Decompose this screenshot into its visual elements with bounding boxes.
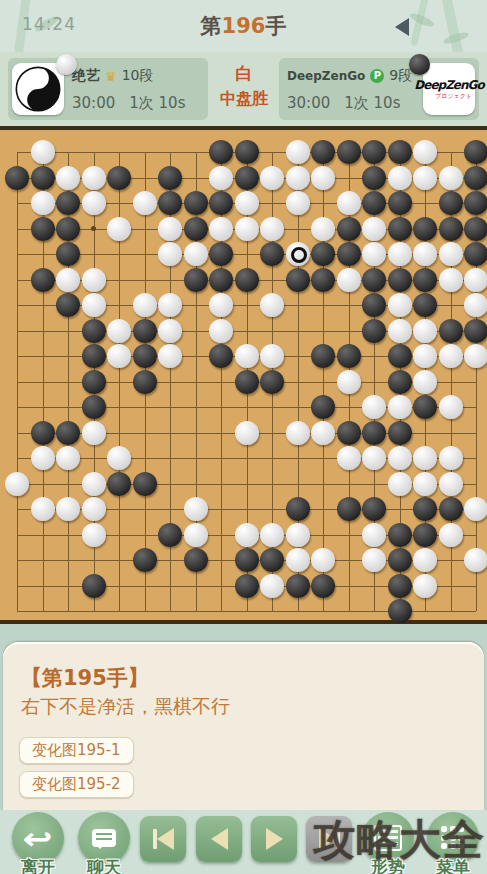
stone-black	[184, 191, 208, 215]
stone-white	[464, 344, 487, 368]
stone-white	[82, 166, 106, 190]
commentary-move-label: 【第195手】	[21, 664, 484, 692]
stone-black	[413, 293, 437, 317]
stone-black	[235, 268, 259, 292]
stone-black	[311, 574, 335, 598]
stone-white	[362, 523, 386, 547]
stone-white	[260, 574, 284, 598]
stone-black	[82, 574, 106, 598]
stone-black	[388, 344, 412, 368]
stone-white	[439, 166, 463, 190]
stone-black	[311, 140, 335, 164]
stone-white	[439, 242, 463, 266]
stone-black	[362, 497, 386, 521]
stone-black	[56, 242, 80, 266]
stone-white	[107, 446, 131, 470]
stone-white	[107, 319, 131, 343]
stone-white	[388, 395, 412, 419]
stone-white	[184, 497, 208, 521]
stone-black	[311, 344, 335, 368]
stone-black	[362, 293, 386, 317]
stone-black	[388, 421, 412, 445]
black-main-time: 30:00	[72, 94, 115, 113]
watermark: 攻略大全	[313, 812, 485, 868]
stone-white	[362, 217, 386, 241]
stone-black	[5, 166, 29, 190]
white-player-panel: DeepZenGo P 9段 30:00 1次 10s DeepZenGo プロ…	[279, 58, 479, 120]
stone-black	[286, 268, 310, 292]
stone-black	[362, 140, 386, 164]
stone-black	[82, 370, 106, 394]
stone-white	[5, 472, 29, 496]
stone-black	[31, 268, 55, 292]
stone-white	[286, 140, 310, 164]
variation-button-1[interactable]: 变化图195-1	[19, 737, 134, 764]
stone-black	[158, 191, 182, 215]
stone-white	[286, 242, 310, 266]
stone-black	[311, 268, 335, 292]
stone-black	[388, 217, 412, 241]
stone-white	[56, 268, 80, 292]
stone-white	[82, 497, 106, 521]
stone-white	[184, 523, 208, 547]
stone-black	[311, 395, 335, 419]
stone-white	[235, 191, 259, 215]
stone-black	[31, 421, 55, 445]
stone-white	[337, 370, 361, 394]
stone-black	[133, 472, 157, 496]
stone-black	[133, 344, 157, 368]
stone-white	[158, 319, 182, 343]
stone-white	[362, 395, 386, 419]
p-badge-icon: P	[370, 69, 384, 83]
stone-white	[31, 191, 55, 215]
stone-black	[31, 217, 55, 241]
stone-white	[464, 268, 487, 292]
star-point	[91, 226, 96, 231]
deepzengo-logo-sub: プロジェクト	[435, 92, 472, 101]
stone-black	[439, 191, 463, 215]
stone-white	[260, 523, 284, 547]
stone-white	[31, 140, 55, 164]
page-title: 第196手	[0, 12, 487, 40]
stone-white	[413, 319, 437, 343]
stone-white	[82, 421, 106, 445]
stone-black	[464, 166, 487, 190]
stone-black	[388, 548, 412, 572]
white-main-time: 30:00	[287, 94, 330, 113]
game-result: 白 中盘胜	[210, 62, 278, 110]
stone-white	[337, 268, 361, 292]
stone-white	[260, 166, 284, 190]
deepzengo-logo: DeepZenGo	[414, 78, 483, 92]
stone-black	[56, 191, 80, 215]
stone-black	[184, 548, 208, 572]
white-stone-decoration	[56, 54, 77, 75]
stone-white	[158, 293, 182, 317]
stone-black	[209, 344, 233, 368]
stone-black	[337, 217, 361, 241]
stone-black	[388, 523, 412, 547]
commentary-background: 【第195手】 右下不是净活，黑棋不行 变化图195-1 变化图195-2	[0, 624, 487, 810]
stone-black	[56, 293, 80, 317]
stone-white	[439, 446, 463, 470]
black-player-name: 绝艺	[72, 67, 100, 85]
stone-white	[464, 548, 487, 572]
next-move-button[interactable]	[251, 816, 297, 862]
stone-black	[56, 421, 80, 445]
collapse-left-triangle-icon[interactable]	[395, 18, 409, 36]
stone-black	[413, 497, 437, 521]
stone-black	[337, 242, 361, 266]
stone-white	[413, 242, 437, 266]
stone-black	[158, 166, 182, 190]
previous-move-button[interactable]	[196, 816, 242, 862]
stone-white	[235, 421, 259, 445]
stone-black	[337, 140, 361, 164]
stone-white	[184, 242, 208, 266]
stone-white	[286, 191, 310, 215]
white-player-rank: 9段	[389, 67, 412, 85]
stone-black	[158, 523, 182, 547]
stone-white	[388, 242, 412, 266]
stone-white	[82, 293, 106, 317]
stone-white	[362, 446, 386, 470]
chat-bubble-icon	[92, 829, 116, 847]
stone-white	[209, 166, 233, 190]
chat-label: 聊天	[69, 856, 139, 874]
stone-white	[107, 344, 131, 368]
stone-white	[133, 191, 157, 215]
next-icon	[266, 828, 283, 850]
stone-black	[362, 191, 386, 215]
stone-black	[107, 166, 131, 190]
top-bar: 14:24 第196手	[0, 0, 487, 52]
stone-black	[439, 217, 463, 241]
black-player-rank: 10段	[122, 67, 154, 85]
commentary-text: 右下不是净活，黑棋不行	[21, 694, 484, 720]
stone-white	[413, 446, 437, 470]
stone-white	[439, 344, 463, 368]
stone-black	[260, 548, 284, 572]
stone-black	[235, 140, 259, 164]
stone-white	[260, 293, 284, 317]
stone-black	[82, 344, 106, 368]
stone-black	[388, 268, 412, 292]
white-byoyomi: 1次 10s	[344, 94, 400, 113]
stone-white	[311, 421, 335, 445]
black-player-avatar[interactable]	[12, 63, 64, 115]
black-byoyomi: 1次 10s	[129, 94, 185, 113]
stone-white	[388, 293, 412, 317]
stone-white	[413, 140, 437, 164]
stone-black	[235, 548, 259, 572]
player-bar: 绝艺 ♛ 10段 30:00 1次 10s 白 中盘胜 DeepZenGo P …	[0, 52, 487, 126]
stone-white	[260, 217, 284, 241]
stone-black	[133, 319, 157, 343]
stone-black	[209, 242, 233, 266]
stone-black	[337, 344, 361, 368]
stone-black	[82, 395, 106, 419]
yin-yang-icon	[12, 63, 64, 115]
stone-white	[464, 497, 487, 521]
stone-black	[388, 191, 412, 215]
leave-label: 离开	[3, 856, 73, 874]
stone-white	[337, 191, 361, 215]
variation-button-2[interactable]: 变化图195-2	[19, 771, 134, 798]
stone-black	[209, 140, 233, 164]
stone-black	[209, 191, 233, 215]
stone-black	[439, 497, 463, 521]
white-player-name: DeepZenGo	[287, 69, 365, 83]
stone-black	[362, 268, 386, 292]
stone-black	[362, 421, 386, 445]
black-stone-decoration	[409, 54, 430, 75]
stone-white	[311, 166, 335, 190]
stone-black	[260, 370, 284, 394]
stone-black	[362, 166, 386, 190]
stone-white	[362, 548, 386, 572]
stone-black	[439, 319, 463, 343]
skip-to-start-button[interactable]	[140, 816, 186, 862]
stone-white	[439, 472, 463, 496]
stone-white	[56, 166, 80, 190]
previous-icon	[211, 828, 228, 850]
stone-black	[362, 319, 386, 343]
stone-white	[311, 217, 335, 241]
stone-white	[82, 268, 106, 292]
stone-white	[413, 370, 437, 394]
stone-white	[56, 446, 80, 470]
stone-white	[31, 446, 55, 470]
stone-black	[235, 574, 259, 598]
stone-black	[388, 140, 412, 164]
stone-white	[413, 472, 437, 496]
stone-white	[439, 395, 463, 419]
stone-white	[413, 344, 437, 368]
stone-white	[286, 421, 310, 445]
stone-black	[286, 574, 310, 598]
stone-black	[388, 370, 412, 394]
stone-black	[464, 242, 487, 266]
stone-white	[286, 166, 310, 190]
stone-white	[82, 523, 106, 547]
crown-icon: ♛	[105, 69, 117, 84]
stone-white	[362, 242, 386, 266]
stone-white	[133, 293, 157, 317]
stone-black	[209, 268, 233, 292]
go-board[interactable]	[0, 126, 487, 624]
stone-white	[388, 166, 412, 190]
stone-white	[107, 217, 131, 241]
stone-white	[413, 574, 437, 598]
stone-white	[82, 191, 106, 215]
stone-white	[235, 217, 259, 241]
stone-black	[184, 217, 208, 241]
stone-white	[31, 497, 55, 521]
stone-black	[413, 217, 437, 241]
stone-black	[464, 217, 487, 241]
stone-black	[337, 497, 361, 521]
stone-white	[209, 293, 233, 317]
stone-black	[56, 217, 80, 241]
stone-black	[286, 497, 310, 521]
stone-white	[286, 548, 310, 572]
last-move-marker	[291, 247, 307, 263]
stone-white	[388, 472, 412, 496]
stone-black	[235, 166, 259, 190]
stone-black	[388, 574, 412, 598]
stone-white	[337, 446, 361, 470]
stone-white	[388, 446, 412, 470]
stone-black	[260, 242, 284, 266]
stone-black	[133, 370, 157, 394]
black-player-panel: 绝艺 ♛ 10段 30:00 1次 10s	[8, 58, 208, 120]
stone-white	[209, 217, 233, 241]
stone-white	[286, 523, 310, 547]
stone-black	[107, 472, 131, 496]
stone-black	[464, 319, 487, 343]
stone-white	[158, 217, 182, 241]
white-player-avatar[interactable]: DeepZenGo プロジェクト	[423, 63, 475, 115]
stone-white	[209, 319, 233, 343]
commentary-panel: 【第195手】 右下不是净活，黑棋不行 变化图195-1 变化图195-2	[3, 642, 484, 810]
stone-white	[439, 523, 463, 547]
stone-black	[413, 523, 437, 547]
stone-white	[413, 548, 437, 572]
stone-black	[184, 268, 208, 292]
stone-white	[56, 497, 80, 521]
stone-black	[388, 599, 412, 623]
stone-black	[464, 140, 487, 164]
stone-black	[464, 191, 487, 215]
stone-white	[260, 344, 284, 368]
stone-white	[388, 319, 412, 343]
stone-white	[158, 344, 182, 368]
stone-black	[133, 548, 157, 572]
stone-white	[464, 293, 487, 317]
stone-black	[31, 166, 55, 190]
back-arrow-icon: ↩	[23, 821, 53, 856]
stone-black	[337, 421, 361, 445]
stone-white	[158, 242, 182, 266]
stone-white	[235, 523, 259, 547]
stone-black	[235, 370, 259, 394]
stone-white	[413, 166, 437, 190]
stone-white	[235, 344, 259, 368]
stone-black	[413, 268, 437, 292]
stone-black	[311, 242, 335, 266]
stone-black	[413, 395, 437, 419]
stone-black	[82, 319, 106, 343]
stone-white	[439, 268, 463, 292]
stone-white	[82, 472, 106, 496]
stone-white	[311, 548, 335, 572]
